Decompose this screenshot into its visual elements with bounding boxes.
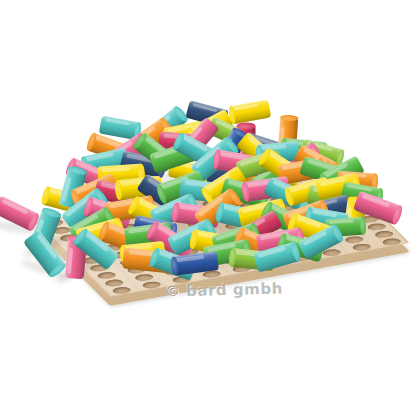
peg-gloss-highlight	[67, 247, 73, 274]
peg-gloss-highlight	[175, 254, 204, 261]
peg-yellow	[229, 100, 272, 125]
peg-gloss-highlight	[105, 118, 130, 126]
pegs-layer	[0, 0, 420, 420]
peg-end-cap	[85, 131, 98, 151]
peg-gloss-highlight	[328, 219, 353, 224]
peg-gloss-highlight	[233, 103, 258, 111]
peg-end-cap	[391, 204, 404, 225]
product-photo-scene: © bard gmbh	[0, 0, 420, 420]
peg-gloss-highlight	[192, 103, 217, 113]
peg-gloss-highlight	[347, 184, 372, 192]
peg-gloss-highlight	[102, 166, 131, 172]
peg-gloss-highlight	[85, 152, 114, 162]
peg-end-cap	[237, 122, 256, 129]
peg-end-cap	[359, 217, 366, 235]
peg-gloss-highlight	[362, 194, 391, 208]
peg-gloss-highlight	[61, 176, 71, 201]
peg-gloss-highlight	[2, 198, 29, 214]
peg-end-cap	[280, 114, 298, 121]
watermark-text: © bard gmbh	[165, 279, 283, 300]
peg-end-cap	[40, 185, 52, 205]
